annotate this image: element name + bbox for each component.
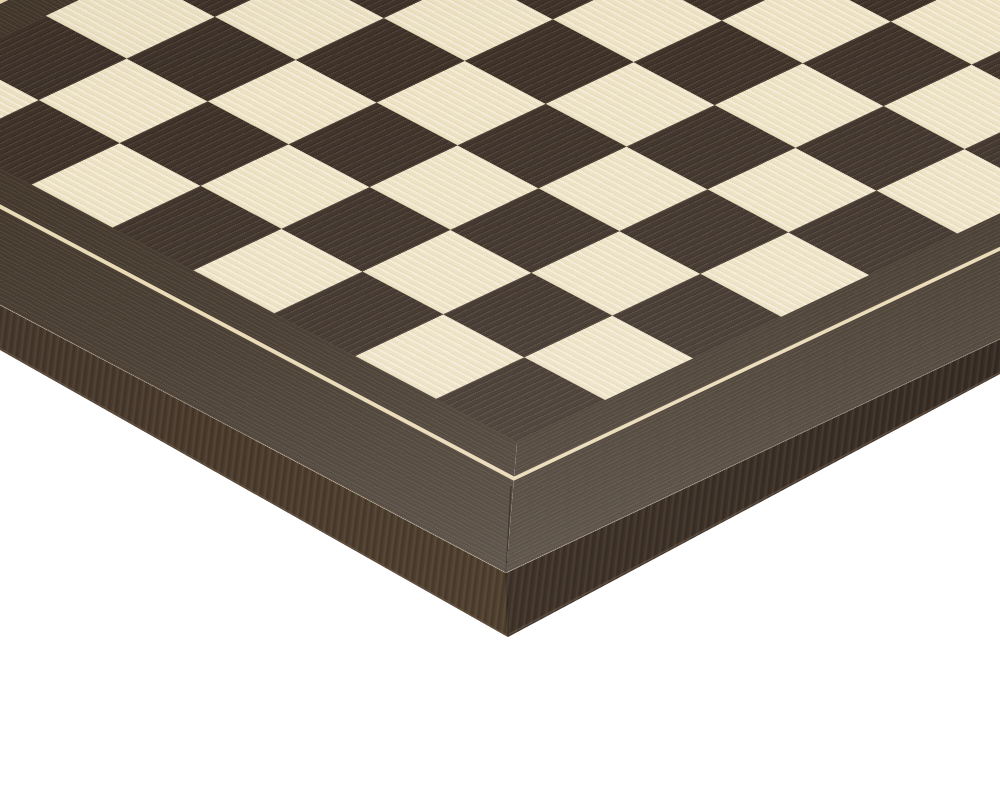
chessboard-product-photo: [0, 0, 1000, 800]
